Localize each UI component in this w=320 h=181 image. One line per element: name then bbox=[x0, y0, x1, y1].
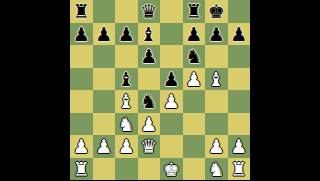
square-b8[interactable] bbox=[93, 0, 116, 23]
square-c8[interactable] bbox=[115, 0, 138, 23]
square-a8[interactable]: ♜ bbox=[70, 0, 93, 23]
black-rook-piece: ♜ bbox=[73, 0, 90, 23]
square-f3[interactable] bbox=[183, 113, 206, 136]
square-d8[interactable]: ♛ bbox=[138, 0, 161, 23]
black-knight-piece: ♞ bbox=[185, 45, 202, 68]
square-g6[interactable] bbox=[205, 45, 228, 68]
square-h3[interactable] bbox=[228, 113, 251, 136]
square-c1[interactable] bbox=[115, 158, 138, 181]
square-g7[interactable]: ♟ bbox=[205, 23, 228, 46]
square-h2[interactable]: ♟ bbox=[228, 135, 251, 158]
square-e7[interactable] bbox=[160, 23, 183, 46]
square-a6[interactable] bbox=[70, 45, 93, 68]
white-knight-piece: ♞ bbox=[118, 113, 135, 136]
square-b4[interactable] bbox=[93, 90, 116, 113]
black-pawn-piece: ♟ bbox=[185, 23, 202, 46]
square-d6[interactable]: ♟ bbox=[138, 45, 161, 68]
square-c5[interactable]: ♝ bbox=[115, 68, 138, 91]
square-e3[interactable] bbox=[160, 113, 183, 136]
white-pawn-piece: ♟ bbox=[140, 113, 157, 136]
square-h1[interactable]: ♜ bbox=[228, 158, 251, 181]
square-a1[interactable]: ♜ bbox=[70, 158, 93, 181]
square-b7[interactable]: ♟ bbox=[93, 23, 116, 46]
white-pawn-piece: ♟ bbox=[185, 68, 202, 91]
black-pawn-piece: ♟ bbox=[118, 23, 135, 46]
square-d1[interactable] bbox=[138, 158, 161, 181]
square-d4[interactable]: ♞ bbox=[138, 90, 161, 113]
black-pawn-piece: ♟ bbox=[95, 23, 112, 46]
black-pawn-piece: ♟ bbox=[73, 23, 90, 46]
square-f5[interactable]: ♟ bbox=[183, 68, 206, 91]
square-f4[interactable] bbox=[183, 90, 206, 113]
square-h5[interactable] bbox=[228, 68, 251, 91]
white-pawn-piece: ♟ bbox=[118, 135, 135, 158]
square-e6[interactable] bbox=[160, 45, 183, 68]
square-e8[interactable] bbox=[160, 0, 183, 23]
square-e1[interactable]: ♚ bbox=[160, 158, 183, 181]
square-h4[interactable] bbox=[228, 90, 251, 113]
square-d5[interactable] bbox=[138, 68, 161, 91]
square-d7[interactable]: ♝ bbox=[138, 23, 161, 46]
square-f7[interactable]: ♟ bbox=[183, 23, 206, 46]
square-f2[interactable] bbox=[183, 135, 206, 158]
square-h6[interactable] bbox=[228, 45, 251, 68]
square-d3[interactable]: ♟ bbox=[138, 113, 161, 136]
video-frame-background: ♜♛♜♚♟♟♟♝♟♟♟♟♞♝♟♟♝♝♞♟♞♟♟♟♟♛♟♟♜♚♞♜ bbox=[0, 0, 320, 180]
white-pawn-piece: ♟ bbox=[95, 135, 112, 158]
square-c6[interactable] bbox=[115, 45, 138, 68]
black-bishop-piece: ♝ bbox=[140, 23, 157, 46]
white-knight-piece: ♞ bbox=[208, 158, 225, 181]
square-h7[interactable]: ♟ bbox=[228, 23, 251, 46]
square-a2[interactable]: ♟ bbox=[70, 135, 93, 158]
square-b3[interactable] bbox=[93, 113, 116, 136]
black-knight-piece: ♞ bbox=[140, 90, 157, 113]
white-pawn-piece: ♟ bbox=[73, 135, 90, 158]
square-f6[interactable]: ♞ bbox=[183, 45, 206, 68]
black-pawn-piece: ♟ bbox=[208, 23, 225, 46]
black-pawn-piece: ♟ bbox=[140, 45, 157, 68]
white-pawn-piece: ♟ bbox=[208, 135, 225, 158]
white-pawn-piece: ♟ bbox=[230, 135, 247, 158]
square-g2[interactable]: ♟ bbox=[205, 135, 228, 158]
square-c4[interactable]: ♝ bbox=[115, 90, 138, 113]
square-g1[interactable]: ♞ bbox=[205, 158, 228, 181]
black-queen-piece: ♛ bbox=[140, 0, 157, 23]
white-king-piece: ♚ bbox=[163, 158, 180, 181]
chess-board: ♜♛♜♚♟♟♟♝♟♟♟♟♞♝♟♟♝♝♞♟♞♟♟♟♟♛♟♟♜♚♞♜ bbox=[70, 0, 250, 180]
square-b1[interactable] bbox=[93, 158, 116, 181]
square-b5[interactable] bbox=[93, 68, 116, 91]
square-f8[interactable]: ♜ bbox=[183, 0, 206, 23]
black-pawn-piece: ♟ bbox=[230, 23, 247, 46]
square-b6[interactable] bbox=[93, 45, 116, 68]
square-c2[interactable]: ♟ bbox=[115, 135, 138, 158]
square-e4[interactable]: ♟ bbox=[160, 90, 183, 113]
square-c3[interactable]: ♞ bbox=[115, 113, 138, 136]
square-a7[interactable]: ♟ bbox=[70, 23, 93, 46]
black-pawn-piece: ♟ bbox=[163, 68, 180, 91]
white-bishop-piece: ♝ bbox=[208, 68, 225, 91]
black-bishop-piece: ♝ bbox=[118, 68, 135, 91]
square-e2[interactable] bbox=[160, 135, 183, 158]
white-bishop-piece: ♝ bbox=[118, 90, 135, 113]
square-g8[interactable]: ♚ bbox=[205, 0, 228, 23]
square-g5[interactable]: ♝ bbox=[205, 68, 228, 91]
square-a4[interactable] bbox=[70, 90, 93, 113]
square-h8[interactable] bbox=[228, 0, 251, 23]
square-g3[interactable] bbox=[205, 113, 228, 136]
white-rook-piece: ♜ bbox=[73, 158, 90, 181]
square-b2[interactable]: ♟ bbox=[93, 135, 116, 158]
square-a3[interactable] bbox=[70, 113, 93, 136]
square-a5[interactable] bbox=[70, 68, 93, 91]
white-queen-piece: ♛ bbox=[140, 135, 157, 158]
square-e5[interactable]: ♟ bbox=[160, 68, 183, 91]
white-pawn-piece: ♟ bbox=[163, 90, 180, 113]
square-c7[interactable]: ♟ bbox=[115, 23, 138, 46]
square-d2[interactable]: ♛ bbox=[138, 135, 161, 158]
black-rook-piece: ♜ bbox=[185, 0, 202, 23]
black-king-piece: ♚ bbox=[208, 0, 225, 23]
square-f1[interactable] bbox=[183, 158, 206, 181]
square-g4[interactable] bbox=[205, 90, 228, 113]
white-rook-piece: ♜ bbox=[230, 158, 247, 181]
